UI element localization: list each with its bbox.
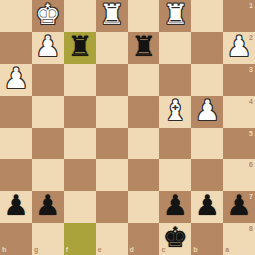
square-d5[interactable] [128, 128, 160, 160]
square-e6[interactable] [96, 159, 128, 191]
white-pawn[interactable]: ♟ [195, 97, 220, 125]
white-pawn[interactable]: ♟ [35, 33, 60, 61]
square-h3[interactable]: ♟ [0, 64, 32, 96]
square-g3[interactable] [32, 64, 64, 96]
square-c6[interactable] [159, 159, 191, 191]
coord-rank-4: 4 [249, 98, 253, 105]
square-f7[interactable] [64, 191, 96, 223]
square-f2[interactable]: ♜ [64, 32, 96, 64]
coord-rank-1: 1 [249, 2, 253, 9]
coord-file-b: b [193, 246, 197, 253]
square-c1[interactable]: ♜ [159, 0, 191, 32]
square-d4[interactable] [128, 96, 160, 128]
square-a7[interactable]: ♟7 [223, 191, 255, 223]
black-pawn[interactable]: ♟ [227, 192, 252, 220]
square-a3[interactable]: 3 [223, 64, 255, 96]
square-h6[interactable] [0, 159, 32, 191]
square-a2[interactable]: ♟2 [223, 32, 255, 64]
white-rook[interactable]: ♜ [99, 1, 124, 29]
square-e7[interactable] [96, 191, 128, 223]
coord-rank-5: 5 [249, 130, 253, 137]
square-a5[interactable]: 5 [223, 128, 255, 160]
coord-file-a: a [225, 246, 229, 253]
black-rook[interactable]: ♜ [67, 33, 92, 61]
square-e4[interactable] [96, 96, 128, 128]
square-b5[interactable] [191, 128, 223, 160]
square-g4[interactable] [32, 96, 64, 128]
square-c5[interactable] [159, 128, 191, 160]
square-f5[interactable] [64, 128, 96, 160]
square-f3[interactable] [64, 64, 96, 96]
square-c2[interactable] [159, 32, 191, 64]
white-pawn[interactable]: ♟ [3, 65, 28, 93]
square-e3[interactable] [96, 64, 128, 96]
square-b3[interactable] [191, 64, 223, 96]
square-a1[interactable]: 1 [223, 0, 255, 32]
square-d1[interactable] [128, 0, 160, 32]
square-d8[interactable]: d [128, 223, 160, 255]
square-e8[interactable]: e [96, 223, 128, 255]
square-a6[interactable]: 6 [223, 159, 255, 191]
square-a4[interactable]: 4 [223, 96, 255, 128]
square-d7[interactable] [128, 191, 160, 223]
white-pawn[interactable]: ♟ [227, 33, 252, 61]
square-b4[interactable]: ♟ [191, 96, 223, 128]
coord-rank-3: 3 [249, 66, 253, 73]
square-e2[interactable] [96, 32, 128, 64]
square-h4[interactable] [0, 96, 32, 128]
square-f1[interactable] [64, 0, 96, 32]
square-h1[interactable] [0, 0, 32, 32]
square-h8[interactable]: h [0, 223, 32, 255]
black-pawn[interactable]: ♟ [3, 192, 28, 220]
square-f4[interactable] [64, 96, 96, 128]
square-h7[interactable]: ♟ [0, 191, 32, 223]
black-pawn[interactable]: ♟ [35, 192, 60, 220]
square-a8[interactable]: 8a [223, 223, 255, 255]
coord-file-g: g [34, 246, 38, 253]
square-d6[interactable] [128, 159, 160, 191]
coord-file-d: d [130, 246, 134, 253]
square-c7[interactable]: ♟ [159, 191, 191, 223]
square-c3[interactable] [159, 64, 191, 96]
square-b6[interactable] [191, 159, 223, 191]
square-h2[interactable] [0, 32, 32, 64]
square-d2[interactable]: ♜ [128, 32, 160, 64]
square-e5[interactable] [96, 128, 128, 160]
chess-board: ♚♜♜1♟♜♜♟2♟3♝♟456♟♟♟♟♟7hgfed♚cb8a [0, 0, 255, 255]
black-pawn[interactable]: ♟ [195, 192, 220, 220]
square-e1[interactable]: ♜ [96, 0, 128, 32]
coord-file-f: f [66, 246, 68, 253]
square-b1[interactable] [191, 0, 223, 32]
square-b8[interactable]: b [191, 223, 223, 255]
square-c4[interactable]: ♝ [159, 96, 191, 128]
square-f8[interactable]: f [64, 223, 96, 255]
square-c8[interactable]: ♚c [159, 223, 191, 255]
square-g5[interactable] [32, 128, 64, 160]
black-pawn[interactable]: ♟ [163, 192, 188, 220]
coord-file-e: e [98, 246, 102, 253]
square-f6[interactable] [64, 159, 96, 191]
square-h5[interactable] [0, 128, 32, 160]
coord-rank-8: 8 [249, 225, 253, 232]
white-bishop[interactable]: ♝ [163, 97, 188, 125]
square-g2[interactable]: ♟ [32, 32, 64, 64]
coord-rank-6: 6 [249, 161, 253, 168]
coord-file-h: h [2, 246, 6, 253]
square-g6[interactable] [32, 159, 64, 191]
black-rook[interactable]: ♜ [131, 33, 156, 61]
square-b2[interactable] [191, 32, 223, 64]
black-king[interactable]: ♚ [163, 224, 188, 252]
square-g7[interactable]: ♟ [32, 191, 64, 223]
white-rook[interactable]: ♜ [163, 1, 188, 29]
square-g1[interactable]: ♚ [32, 0, 64, 32]
white-king[interactable]: ♚ [35, 1, 60, 29]
square-g8[interactable]: g [32, 223, 64, 255]
square-b7[interactable]: ♟ [191, 191, 223, 223]
square-d3[interactable] [128, 64, 160, 96]
